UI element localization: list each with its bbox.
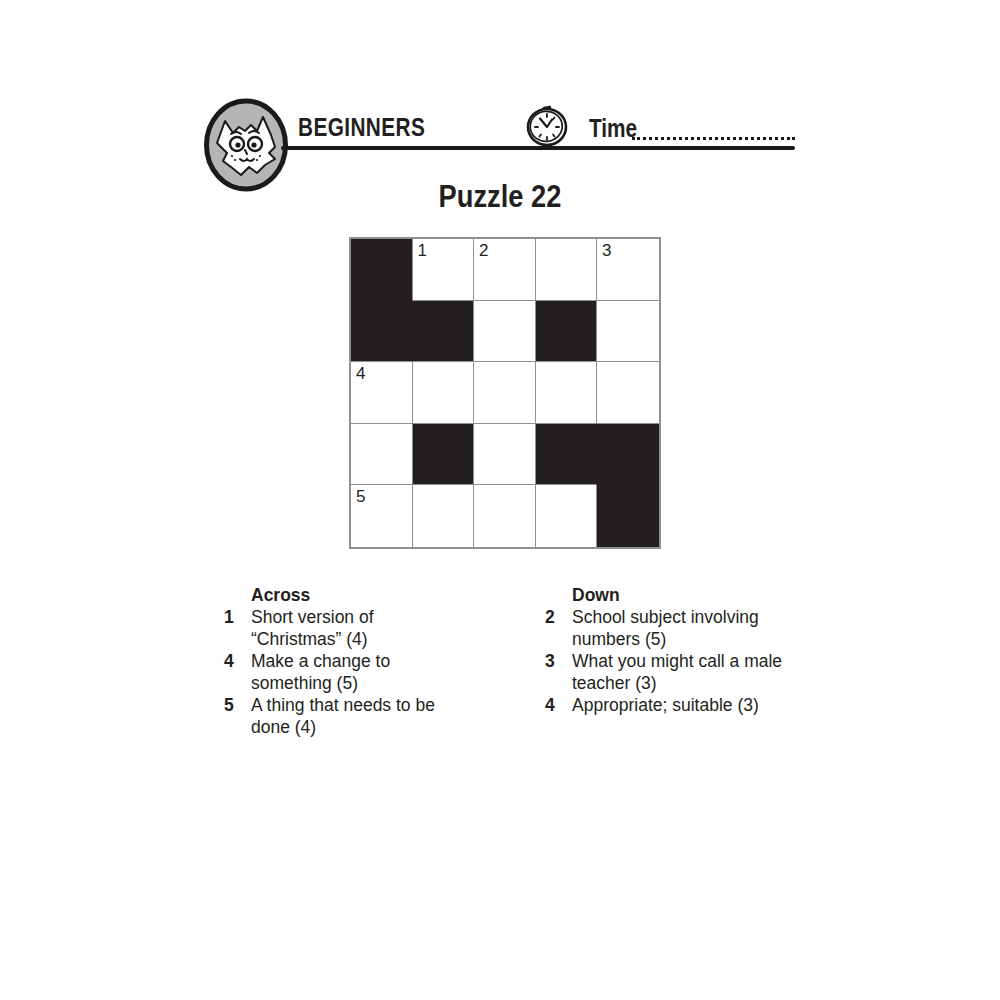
clue-text: School subject involving numbers (5) — [572, 606, 812, 650]
down-header: Down — [572, 584, 812, 606]
letter-cell[interactable] — [597, 301, 659, 363]
letter-cell[interactable] — [536, 485, 598, 547]
clue-number: 1 — [418, 241, 427, 260]
down-clue-item: 3What you might call a male teacher (3) — [545, 650, 812, 694]
across-header: Across — [251, 584, 435, 606]
black-cell — [351, 301, 413, 363]
clue-text: Short version of “Christmas” (4) — [251, 606, 435, 650]
puzzle-title: Puzzle 22 — [60, 179, 940, 215]
letter-cell[interactable]: 5 — [351, 485, 413, 547]
section-label: BEGINNERS — [298, 112, 425, 143]
crossword-grid: 12345 — [349, 237, 661, 549]
clue-text: Make a change to something (5) — [251, 650, 435, 694]
stopwatch-icon — [523, 104, 571, 148]
letter-cell[interactable] — [474, 301, 536, 363]
letter-cell[interactable]: 3 — [597, 239, 659, 301]
clue-num: 4 — [545, 694, 572, 716]
clue-text: A thing that needs to be done (4) — [251, 694, 435, 738]
across-list: 1Short version of “Christmas” (4)4Make a… — [224, 606, 435, 738]
clue-number: 3 — [602, 241, 611, 260]
letter-cell[interactable] — [597, 362, 659, 424]
down-clue-item: 2School subject involving numbers (5) — [545, 606, 812, 650]
across-clues: Across 1Short version of “Christmas” (4)… — [224, 584, 435, 738]
clue-text: Appropriate; suitable (3) — [572, 694, 812, 716]
clue-number: 2 — [479, 241, 488, 260]
clue-num: 5 — [224, 694, 251, 738]
clue-number: 5 — [356, 487, 365, 506]
across-clue-item: 1Short version of “Christmas” (4) — [224, 606, 435, 650]
down-clue-item: 4Appropriate; suitable (3) — [545, 694, 812, 716]
clue-num: 4 — [224, 650, 251, 694]
clue-num: 2 — [545, 606, 572, 650]
across-clue-item: 5A thing that needs to be done (4) — [224, 694, 435, 738]
clue-num: 3 — [545, 650, 572, 694]
down-clues: Down 2School subject involving numbers (… — [545, 584, 812, 716]
letter-cell[interactable] — [474, 424, 536, 486]
letter-cell[interactable] — [474, 362, 536, 424]
letter-cell[interactable] — [413, 362, 475, 424]
letter-cell[interactable] — [536, 239, 598, 301]
across-clue-item: 4Make a change to something (5) — [224, 650, 435, 694]
time-label: Time — [589, 113, 637, 144]
black-cell — [536, 301, 598, 363]
black-cell — [413, 301, 475, 363]
letter-cell[interactable] — [413, 485, 475, 547]
letter-cell[interactable]: 2 — [474, 239, 536, 301]
black-cell — [536, 424, 598, 486]
black-cell — [597, 424, 659, 486]
letter-cell[interactable] — [351, 424, 413, 486]
clue-num: 1 — [224, 606, 251, 650]
down-list: 2School subject involving numbers (5)3Wh… — [545, 606, 812, 716]
letter-cell[interactable] — [536, 362, 598, 424]
clue-number: 4 — [356, 364, 365, 383]
time-entry-line[interactable] — [632, 122, 795, 140]
letter-cell[interactable]: 4 — [351, 362, 413, 424]
black-cell — [351, 239, 413, 301]
letter-cell[interactable] — [474, 485, 536, 547]
black-cell — [597, 485, 659, 547]
clue-text: What you might call a male teacher (3) — [572, 650, 812, 694]
letter-cell[interactable]: 1 — [413, 239, 475, 301]
black-cell — [413, 424, 475, 486]
